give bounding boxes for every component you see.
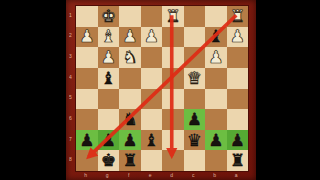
square-e4[interactable] — [141, 68, 163, 89]
rank-label-6: 6 — [66, 116, 75, 121]
square-h2[interactable]: ♟ — [76, 27, 98, 48]
piece-black-bishop-b2: ♝ — [208, 28, 223, 45]
square-c7[interactable]: ♛ — [184, 130, 206, 151]
square-a7[interactable]: ♟ — [227, 130, 249, 151]
file-label-b: b — [204, 171, 226, 179]
file-label-h: h — [75, 171, 97, 179]
screenshot-stage: 12345678 hgfedcba ♚♜♜♟♝♟♟♝♟♟♞♟♝♛♞♟♟♟♟♝♛♟… — [0, 0, 320, 180]
piece-black-pawn-g7: ♟ — [101, 131, 116, 148]
square-a3[interactable] — [227, 47, 249, 68]
square-e8[interactable] — [141, 150, 163, 171]
piece-black-rook-a8: ♜ — [230, 152, 245, 169]
piece-white-rook-d1: ♜ — [165, 7, 180, 24]
square-c8[interactable] — [184, 150, 206, 171]
piece-white-pawn-e2: ♟ — [144, 28, 159, 45]
piece-white-pawn-h2: ♟ — [79, 28, 94, 45]
square-g2[interactable]: ♝ — [98, 27, 120, 48]
square-d2[interactable] — [162, 27, 184, 48]
square-g4[interactable]: ♝ — [98, 68, 120, 89]
square-h7[interactable]: ♟ — [76, 130, 98, 151]
square-c1[interactable] — [184, 6, 206, 27]
piece-white-pawn-a2: ♟ — [230, 28, 245, 45]
square-g6[interactable] — [98, 109, 120, 130]
square-d3[interactable] — [162, 47, 184, 68]
file-label-g: g — [97, 171, 119, 179]
square-a8[interactable]: ♜ — [227, 150, 249, 171]
piece-white-queen-c4: ♛ — [187, 69, 202, 86]
square-d6[interactable] — [162, 109, 184, 130]
square-g1[interactable]: ♚ — [98, 6, 120, 27]
square-f5[interactable] — [119, 89, 141, 110]
piece-white-bishop-g2: ♝ — [101, 28, 116, 45]
piece-white-pawn-g3: ♟ — [101, 49, 116, 66]
rank-label-3: 3 — [66, 54, 75, 59]
piece-white-knight-f3: ♞ — [122, 49, 137, 66]
square-f2[interactable]: ♟ — [119, 27, 141, 48]
square-d5[interactable] — [162, 89, 184, 110]
square-b2[interactable]: ♝ — [205, 27, 227, 48]
square-a6[interactable] — [227, 109, 249, 130]
square-h8[interactable] — [76, 150, 98, 171]
rank-label-5: 5 — [66, 95, 75, 100]
square-c5[interactable] — [184, 89, 206, 110]
piece-black-bishop-g4: ♝ — [101, 69, 116, 86]
piece-black-pawn-a7: ♟ — [230, 131, 245, 148]
square-e3[interactable] — [141, 47, 163, 68]
square-d1[interactable]: ♜ — [162, 6, 184, 27]
piece-black-pawn-h7: ♟ — [79, 131, 94, 148]
square-g8[interactable]: ♚ — [98, 150, 120, 171]
piece-white-rook-a1: ♜ — [230, 7, 245, 24]
square-f8[interactable]: ♜ — [119, 150, 141, 171]
square-e2[interactable]: ♟ — [141, 27, 163, 48]
square-d4[interactable] — [162, 68, 184, 89]
square-h6[interactable] — [76, 109, 98, 130]
file-label-a: a — [226, 171, 248, 179]
piece-black-pawn-b7: ♟ — [208, 131, 223, 148]
chessboard: ♚♜♜♟♝♟♟♝♟♟♞♟♝♛♞♟♟♟♟♝♛♟♟♚♜♜ — [75, 5, 249, 172]
square-b8[interactable] — [205, 150, 227, 171]
square-h4[interactable] — [76, 68, 98, 89]
square-b1[interactable] — [205, 6, 227, 27]
square-b4[interactable] — [205, 68, 227, 89]
square-f3[interactable]: ♞ — [119, 47, 141, 68]
piece-black-knight-f6: ♞ — [122, 110, 137, 127]
piece-white-pawn-b3: ♟ — [208, 49, 223, 66]
square-d8[interactable] — [162, 150, 184, 171]
file-label-c: c — [183, 171, 205, 179]
square-a2[interactable]: ♟ — [227, 27, 249, 48]
square-e6[interactable] — [141, 109, 163, 130]
square-a5[interactable] — [227, 89, 249, 110]
square-f1[interactable] — [119, 6, 141, 27]
square-e7[interactable]: ♝ — [141, 130, 163, 151]
rank-label-1: 1 — [66, 13, 75, 18]
rank-label-7: 7 — [66, 137, 75, 142]
square-f4[interactable] — [119, 68, 141, 89]
square-e1[interactable] — [141, 6, 163, 27]
square-f7[interactable]: ♟ — [119, 130, 141, 151]
square-e5[interactable] — [141, 89, 163, 110]
square-f6[interactable]: ♞ — [119, 109, 141, 130]
square-c3[interactable] — [184, 47, 206, 68]
piece-black-bishop-e7: ♝ — [144, 131, 159, 148]
square-b6[interactable] — [205, 109, 227, 130]
square-c2[interactable] — [184, 27, 206, 48]
rank-label-8: 8 — [66, 157, 75, 162]
square-b3[interactable]: ♟ — [205, 47, 227, 68]
square-c6[interactable]: ♟ — [184, 109, 206, 130]
rank-labels: 12345678 — [66, 5, 75, 170]
piece-black-pawn-f7: ♟ — [122, 131, 137, 148]
square-a4[interactable] — [227, 68, 249, 89]
piece-black-queen-c7: ♛ — [187, 131, 202, 148]
rank-label-2: 2 — [66, 33, 75, 38]
piece-black-rook-f8: ♜ — [122, 152, 137, 169]
file-labels: hgfedcba — [75, 171, 247, 179]
piece-white-pawn-f2: ♟ — [122, 28, 137, 45]
file-label-f: f — [118, 171, 140, 179]
square-g5[interactable] — [98, 89, 120, 110]
file-label-d: d — [161, 171, 183, 179]
file-label-e: e — [140, 171, 162, 179]
square-b5[interactable] — [205, 89, 227, 110]
piece-white-king-g1: ♚ — [101, 7, 116, 24]
square-h5[interactable] — [76, 89, 98, 110]
piece-black-king-g8: ♚ — [101, 152, 116, 169]
square-g3[interactable]: ♟ — [98, 47, 120, 68]
square-g7[interactable]: ♟ — [98, 130, 120, 151]
square-h1[interactable] — [76, 6, 98, 27]
square-c4[interactable]: ♛ — [184, 68, 206, 89]
square-h3[interactable] — [76, 47, 98, 68]
piece-black-pawn-c6: ♟ — [187, 110, 202, 127]
square-a1[interactable]: ♜ — [227, 6, 249, 27]
rank-label-4: 4 — [66, 75, 75, 80]
square-d7[interactable] — [162, 130, 184, 151]
square-b7[interactable]: ♟ — [205, 130, 227, 151]
